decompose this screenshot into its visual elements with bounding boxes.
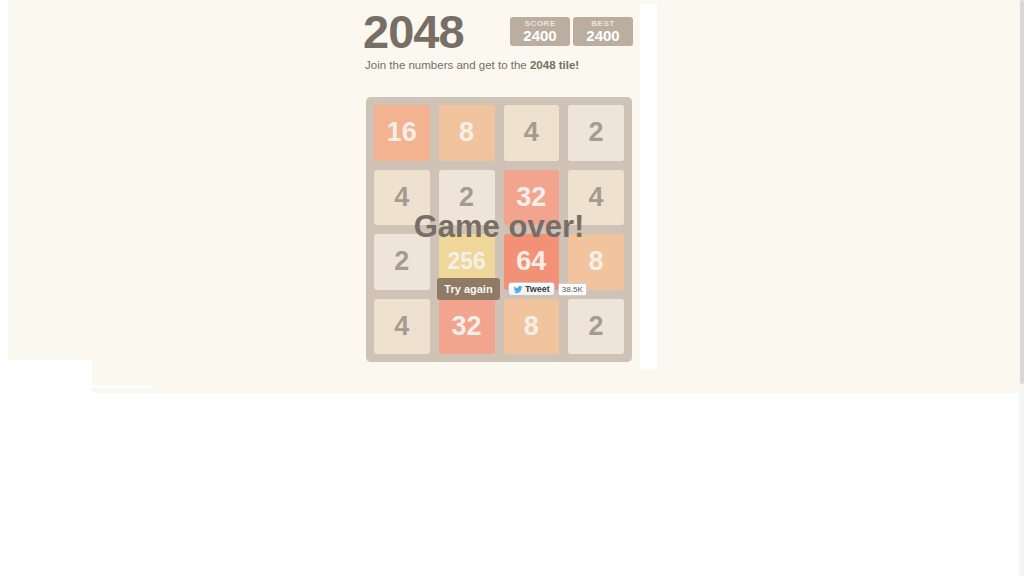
tweet-widget: Tweet 38.5K xyxy=(508,282,587,296)
tweet-button[interactable]: Tweet xyxy=(508,282,555,296)
subtitle-goal: 2048 tile! xyxy=(530,59,579,71)
render-artifact-strip xyxy=(640,4,657,370)
subtitle: Join the numbers and get to the 2048 til… xyxy=(365,59,579,71)
page-title: 2048 xyxy=(363,4,464,59)
scrollbar-thumb[interactable] xyxy=(1020,0,1024,384)
subtitle-text: Join the numbers and get to the xyxy=(365,59,530,71)
score-value: 2400 xyxy=(523,28,556,44)
twitter-bird-icon xyxy=(513,285,523,294)
best-box: BEST 2400 xyxy=(573,17,633,46)
try-again-button[interactable]: Try again xyxy=(437,278,500,300)
tweet-count[interactable]: 38.5K xyxy=(558,283,587,296)
page-background-lower xyxy=(92,360,1020,393)
best-value: 2400 xyxy=(586,28,619,44)
score-box: SCORE 2400 xyxy=(510,17,570,46)
render-artifact-line xyxy=(92,385,152,388)
tweet-button-label: Tweet xyxy=(525,284,550,294)
game-over-message: Game over! xyxy=(366,209,632,245)
